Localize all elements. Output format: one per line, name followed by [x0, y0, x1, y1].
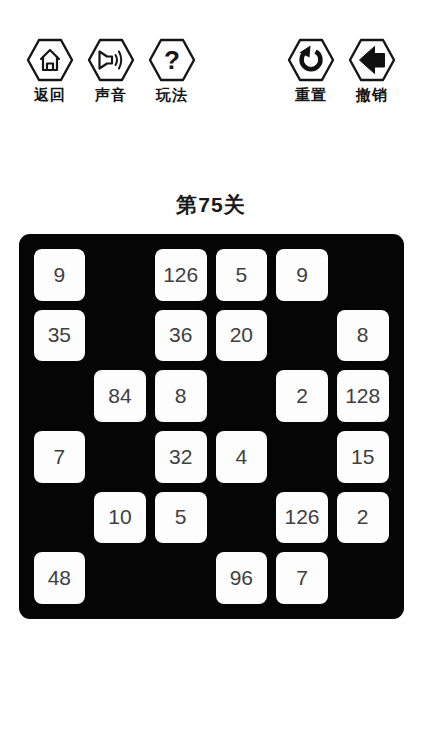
- tile[interactable]: 9: [276, 249, 328, 301]
- sound-button-label: 声音: [95, 86, 127, 105]
- tile[interactable]: 35: [34, 310, 86, 362]
- svg-text:?: ?: [164, 45, 180, 75]
- tile[interactable]: 126: [155, 249, 207, 301]
- empty-cell: [94, 552, 146, 604]
- undo-button[interactable]: 撤销: [348, 37, 396, 105]
- toolbar-left-group: 返回 声音 ? 玩法: [26, 37, 196, 105]
- tile[interactable]: 8: [155, 370, 207, 422]
- undo-button-label: 撤销: [356, 86, 388, 105]
- tile[interactable]: 2: [276, 370, 328, 422]
- empty-cell: [216, 492, 268, 544]
- tile[interactable]: 5: [155, 492, 207, 544]
- tile[interactable]: 9: [34, 249, 86, 301]
- reset-icon: [287, 37, 335, 83]
- sound-button[interactable]: 声音: [87, 37, 135, 105]
- empty-cell: [34, 492, 86, 544]
- home-icon: [26, 37, 74, 83]
- back-button[interactable]: 返回: [26, 37, 74, 105]
- tile[interactable]: 4: [216, 431, 268, 483]
- empty-cell: [34, 370, 86, 422]
- tile[interactable]: 32: [155, 431, 207, 483]
- empty-cell: [337, 552, 389, 604]
- tile[interactable]: 126: [276, 492, 328, 544]
- tile[interactable]: 48: [34, 552, 86, 604]
- empty-cell: [94, 249, 146, 301]
- empty-cell: [216, 370, 268, 422]
- game-board[interactable]: 91265935362088482128732415105126248967: [19, 234, 404, 619]
- empty-cell: [276, 310, 328, 362]
- tile[interactable]: 2: [337, 492, 389, 544]
- howto-button-label: 玩法: [156, 86, 188, 105]
- howto-button[interactable]: ? 玩法: [148, 37, 196, 105]
- tile[interactable]: 7: [276, 552, 328, 604]
- tile[interactable]: 84: [94, 370, 146, 422]
- undo-icon: [348, 37, 396, 83]
- empty-cell: [94, 310, 146, 362]
- tile[interactable]: 15: [337, 431, 389, 483]
- question-icon: ?: [148, 37, 196, 83]
- tile[interactable]: 7: [34, 431, 86, 483]
- toolbar-right-group: 重置 撤销: [287, 37, 396, 105]
- empty-cell: [155, 552, 207, 604]
- back-button-label: 返回: [34, 86, 66, 105]
- empty-cell: [337, 249, 389, 301]
- tile[interactable]: 8: [337, 310, 389, 362]
- tile[interactable]: 96: [216, 552, 268, 604]
- tile[interactable]: 20: [216, 310, 268, 362]
- empty-cell: [276, 431, 328, 483]
- reset-button-label: 重置: [295, 86, 327, 105]
- toolbar: 返回 声音 ? 玩法: [0, 37, 422, 105]
- reset-button[interactable]: 重置: [287, 37, 335, 105]
- level-title: 第75关: [0, 191, 422, 219]
- speaker-icon: [87, 37, 135, 83]
- tile[interactable]: 128: [337, 370, 389, 422]
- tile[interactable]: 10: [94, 492, 146, 544]
- empty-cell: [94, 431, 146, 483]
- tile[interactable]: 36: [155, 310, 207, 362]
- tile[interactable]: 5: [216, 249, 268, 301]
